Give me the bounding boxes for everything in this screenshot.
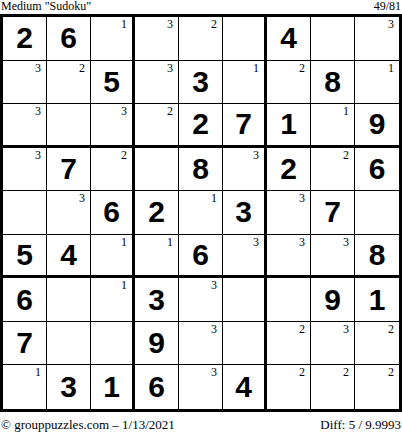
pencil-mark: 2 [299,365,305,379]
sudoku-cell-r2c6[interactable]: 1 [223,61,267,105]
pencil-mark: 1 [167,235,173,249]
cell-value: 4 [60,240,77,270]
sudoku-cell-r5c3[interactable]: 6 [91,191,135,235]
sudoku-cell-r9c4[interactable]: 6 [135,365,179,409]
cell-value: 5 [16,240,33,270]
sudoku-cell-r7c7[interactable] [267,278,311,322]
pencil-mark: 3 [35,148,41,162]
cell-value: 7 [16,328,33,358]
sudoku-cell-r2c8[interactable]: 8 [311,61,355,105]
sudoku-cell-r2c5[interactable]: 3 [179,61,223,105]
pencil-mark: 1 [121,17,127,31]
sudoku-cell-r3c5[interactable]: 2 [179,104,223,148]
pencil-mark: 2 [211,17,217,31]
pencil-mark: 2 [343,365,349,379]
sudoku-cell-r3c4[interactable]: 2 [135,104,179,148]
sudoku-cell-r6c7[interactable]: 3 [267,235,311,279]
cell-value: 2 [16,23,33,53]
sudoku-cell-r2c7[interactable]: 2 [267,61,311,105]
cell-value: 3 [192,67,209,97]
sudoku-cell-r6c4[interactable]: 1 [135,235,179,279]
sudoku-cell-r9c7[interactable]: 2 [267,365,311,409]
sudoku-cell-r9c8[interactable]: 2 [311,365,355,409]
puzzle-title: Medium "Sudoku" [1,0,91,13]
sudoku-cell-r3c1[interactable]: 3 [3,104,47,148]
sudoku-cell-r1c4[interactable]: 3 [135,17,179,61]
sudoku-cell-r5c4[interactable]: 2 [135,191,179,235]
cell-value: 4 [235,372,252,402]
sudoku-cell-r5c5[interactable]: 1 [179,191,223,235]
sudoku-cell-r4c8[interactable]: 2 [311,148,355,192]
cell-value: 8 [369,240,386,270]
cell-value: 1 [369,285,386,315]
sudoku-cell-r2c3[interactable]: 5 [91,61,135,105]
sudoku-cell-r7c1[interactable]: 6 [3,278,47,322]
sudoku-cell-r3c9[interactable]: 9 [355,104,399,148]
pencil-mark: 2 [167,104,173,118]
sudoku-cell-r4c5[interactable]: 8 [179,148,223,192]
pencil-mark: 2 [299,322,305,336]
sudoku-cell-r6c6[interactable]: 3 [223,235,267,279]
sudoku-cell-r4c9[interactable]: 6 [355,148,399,192]
pencil-mark: 3 [211,278,217,292]
sudoku-cell-r8c8[interactable]: 3 [311,322,355,366]
pencil-mark: 2 [79,61,85,75]
cell-value: 6 [148,372,165,402]
sudoku-page: Medium "Sudoku" 49/81 261324332533128133… [0,0,402,437]
sudoku-cell-r1c3[interactable]: 1 [91,17,135,61]
sudoku-cell-r2c1[interactable]: 3 [3,61,47,105]
pencil-mark: 3 [35,61,41,75]
pencil-mark: 3 [167,61,173,75]
sudoku-cell-r5c8[interactable]: 7 [311,191,355,235]
cell-value: 9 [148,328,165,358]
cell-value: 6 [16,285,33,315]
sudoku-cell-r4c7[interactable]: 2 [267,148,311,192]
pencil-mark: 3 [299,191,305,205]
sudoku-cell-r6c9[interactable]: 8 [355,235,399,279]
cell-value: 9 [369,109,386,139]
sudoku-cell-r1c5[interactable]: 2 [179,17,223,61]
sudoku-cell-r8c4[interactable]: 9 [135,322,179,366]
cell-value: 6 [60,23,77,53]
sudoku-cell-r9c1[interactable]: 1 [3,365,47,409]
cell-value: 6 [192,240,209,270]
pencil-mark: 3 [79,191,85,205]
pencil-mark: 2 [388,322,394,336]
sudoku-cell-r6c3[interactable]: 1 [91,235,135,279]
cell-value: 7 [324,197,341,227]
cell-value: 5 [103,67,120,97]
sudoku-cell-r1c6[interactable] [223,17,267,61]
pencil-mark: 1 [388,61,394,75]
pencil-mark: 3 [167,17,173,31]
sudoku-cell-r3c7[interactable]: 1 [267,104,311,148]
cell-value: 4 [280,23,297,53]
pencil-mark: 1 [121,278,127,292]
sudoku-cell-r4c2[interactable]: 7 [47,148,91,192]
sudoku-cell-r9c5[interactable]: 3 [179,365,223,409]
cell-value: 1 [103,372,120,402]
sudoku-cell-r5c6[interactable]: 3 [223,191,267,235]
sudoku-cell-r4c3[interactable]: 2 [91,148,135,192]
sudoku-cell-r3c3[interactable]: 3 [91,104,135,148]
pencil-mark: 3 [35,104,41,118]
sudoku-cell-r8c5[interactable]: 3 [179,322,223,366]
sudoku-cell-r5c7[interactable]: 3 [267,191,311,235]
sudoku-cell-r3c6[interactable]: 7 [223,104,267,148]
sudoku-cell-r1c9[interactable]: 3 [355,17,399,61]
cell-value: 7 [60,154,77,184]
pencil-mark: 1 [211,191,217,205]
sudoku-cell-r6c5[interactable]: 6 [179,235,223,279]
sudoku-cell-r1c2[interactable]: 6 [47,17,91,61]
sudoku-cell-r7c2[interactable] [47,278,91,322]
sudoku-cell-r1c1[interactable]: 2 [3,17,47,61]
sudoku-cell-r1c7[interactable]: 4 [267,17,311,61]
sudoku-cell-r7c5[interactable]: 3 [179,278,223,322]
sudoku-cell-r2c2[interactable]: 2 [47,61,91,105]
sudoku-cell-r8c9[interactable]: 2 [355,322,399,366]
sudoku-cell-r9c3[interactable]: 1 [91,365,135,409]
cell-value: 3 [235,197,252,227]
cell-value: 8 [192,154,209,184]
pencil-mark: 2 [299,61,305,75]
cells-remaining-counter: 49/81 [374,0,401,13]
sudoku-cell-r2c4[interactable]: 3 [135,61,179,105]
sudoku-cell-r5c2[interactable]: 3 [47,191,91,235]
pencil-mark: 1 [253,61,259,75]
pencil-mark: 3 [299,235,305,249]
cell-value: 3 [148,285,165,315]
sudoku-cell-r8c1[interactable]: 7 [3,322,47,366]
pencil-mark: 3 [211,365,217,379]
cell-value: 1 [280,109,297,139]
pencil-mark: 2 [343,148,349,162]
cell-value: 9 [324,285,341,315]
sudoku-cell-r8c6[interactable] [223,322,267,366]
sudoku-cell-r6c2[interactable]: 4 [47,235,91,279]
sudoku-cell-r4c6[interactable]: 3 [223,148,267,192]
sudoku-cell-r9c6[interactable]: 4 [223,365,267,409]
sudoku-cell-r8c3[interactable] [91,322,135,366]
pencil-mark: 3 [211,322,217,336]
sudoku-cell-r5c1[interactable] [3,191,47,235]
pencil-mark: 3 [121,104,127,118]
cell-value: 3 [60,372,77,402]
sudoku-cell-r6c8[interactable]: 3 [311,235,355,279]
sudoku-cell-r3c8[interactable]: 1 [311,104,355,148]
sudoku-cell-r7c6[interactable] [223,278,267,322]
sudoku-board: 2613243325331281332271193728322636213375… [0,14,402,412]
pencil-mark: 2 [121,148,127,162]
pencil-mark: 3 [388,17,394,31]
pencil-mark: 1 [343,104,349,118]
cell-value: 6 [369,154,386,184]
sudoku-cell-r7c9[interactable]: 1 [355,278,399,322]
sudoku-cell-r4c4[interactable] [135,148,179,192]
cell-value: 8 [324,67,341,97]
sudoku-cell-r3c2[interactable] [47,104,91,148]
sudoku-cell-r1c8[interactable] [311,17,355,61]
header: Medium "Sudoku" 49/81 [0,0,402,14]
pencil-mark: 1 [121,235,127,249]
pencil-mark: 3 [253,235,259,249]
sudoku-cell-r9c2[interactable]: 3 [47,365,91,409]
cell-value: 2 [148,197,165,227]
cell-value: 2 [280,154,297,184]
sudoku-cell-r8c2[interactable] [47,322,91,366]
sudoku-cell-r4c1[interactable]: 3 [3,148,47,192]
sudoku-cell-r9c9[interactable]: 2 [355,365,399,409]
pencil-mark: 2 [388,365,394,379]
pencil-mark: 3 [253,148,259,162]
pencil-mark: 1 [35,365,41,379]
footer: © grouppuzzles.com – 1/13/2021 Diff: 5 /… [0,412,402,437]
sudoku-cell-r6c1[interactable]: 5 [3,235,47,279]
copyright-date: © grouppuzzles.com – 1/13/2021 [1,417,175,432]
sudoku-cell-r8c7[interactable]: 2 [267,322,311,366]
sudoku-cell-r7c3[interactable]: 1 [91,278,135,322]
cell-value: 6 [103,197,120,227]
cell-value: 2 [192,109,209,139]
sudoku-cell-r7c4[interactable]: 3 [135,278,179,322]
sudoku-cell-r7c8[interactable]: 9 [311,278,355,322]
sudoku-cell-r2c9[interactable]: 1 [355,61,399,105]
difficulty-label: Diff: 5 / 9.9993 [320,417,401,432]
pencil-mark: 3 [343,322,349,336]
sudoku-cell-r5c9[interactable] [355,191,399,235]
cell-value: 7 [235,109,252,139]
pencil-mark: 3 [343,235,349,249]
